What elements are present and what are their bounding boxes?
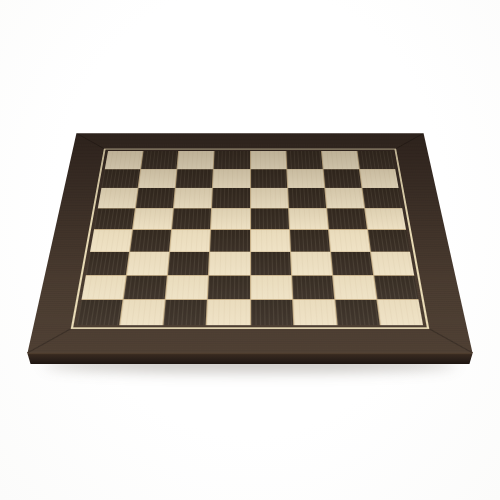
board-square [120,300,165,325]
board-square [98,188,138,208]
board-square [210,230,249,252]
board-square [335,300,380,325]
board-square [287,169,324,188]
board-square [288,188,326,208]
board-square [174,188,212,208]
board-square [164,300,207,325]
board-front-edge [27,352,473,364]
board-square [250,209,288,230]
board-square [286,151,322,169]
board-square [362,188,402,208]
board-square [322,151,359,169]
board-square [250,169,286,188]
board-square [212,188,249,208]
board-square [333,275,376,299]
board-square [105,151,143,169]
board-square [211,209,249,230]
board-square [290,230,330,252]
board-square [289,209,328,230]
board-square [323,169,361,188]
board-square [176,169,213,188]
board-square [136,188,175,208]
board-square [207,300,249,325]
board-square [213,169,249,188]
board-square [374,275,418,299]
board-square [127,252,169,275]
board-square [86,252,129,275]
board-square [90,230,132,252]
board-square [130,230,171,252]
playing-area [77,151,423,326]
board-square [101,169,140,188]
board-square [371,252,414,275]
board-square [133,209,173,230]
board-square [251,275,292,299]
board-square [251,252,291,275]
board-square [292,275,334,299]
board-square [208,275,249,299]
board-square [209,252,249,275]
board-square [251,300,293,325]
chessboard [28,133,473,353]
board-square [251,230,290,252]
board-square [365,209,406,230]
board-square [291,252,332,275]
board-square [214,151,250,169]
board-square [139,169,177,188]
board-square [170,230,210,252]
board-square [178,151,214,169]
board-square [360,169,399,188]
board-square [250,188,287,208]
board-square [329,230,370,252]
board-square [77,300,123,325]
board-square [166,275,208,299]
board-square [331,252,373,275]
board-square [172,209,211,230]
board-square [124,275,167,299]
board-square [250,151,286,169]
board-square [327,209,367,230]
board-square [368,230,410,252]
board-square [293,300,336,325]
board-square [141,151,178,169]
board-square [81,275,125,299]
board-square [357,151,395,169]
board-square [377,300,423,325]
product-photo [0,0,500,500]
board-square [325,188,364,208]
maple-inlay-line [71,148,430,328]
board-square [94,209,135,230]
board-square [168,252,209,275]
